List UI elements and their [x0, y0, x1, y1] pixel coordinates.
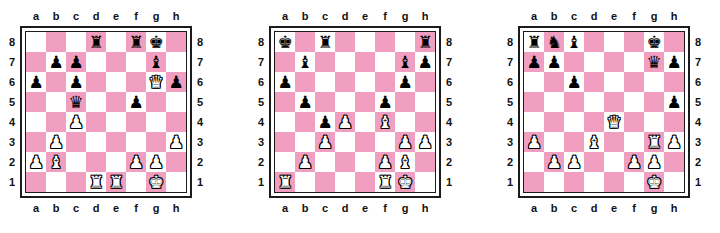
board-grid: ♜♜♚♟♟♝♟♟♛♟♛♟♟♟♟♟♝♟♟♜♜♚ [25, 31, 187, 193]
square-a2[interactable] [275, 152, 295, 172]
square-c1[interactable] [66, 172, 86, 192]
black-pawn: ♟ [68, 74, 83, 91]
square-e5[interactable] [355, 92, 375, 112]
square-g7[interactable]: ♝ [146, 52, 166, 72]
rank-label-5: 5 [197, 96, 203, 108]
square-a7[interactable] [26, 52, 46, 72]
file-label-h: h [415, 202, 435, 214]
square-c3[interactable] [564, 132, 584, 152]
square-e4[interactable] [355, 112, 375, 132]
square-c1[interactable] [315, 172, 335, 192]
square-d2[interactable] [86, 152, 106, 172]
file-labels-bottom: abcdefgh [518, 198, 690, 218]
square-g6[interactable]: ♛ [146, 72, 166, 92]
square-b7[interactable]: ♝ [295, 52, 315, 72]
square-a3[interactable]: ♟ [524, 132, 544, 152]
square-g1[interactable]: ♚ [146, 172, 166, 192]
square-b5[interactable]: ♟ [295, 92, 315, 112]
square-h3[interactable]: ♟ [415, 132, 435, 152]
square-h8[interactable] [664, 32, 684, 52]
rank-label-5: 5 [446, 96, 452, 108]
square-d4[interactable]: ♟ [335, 112, 355, 132]
square-g7[interactable]: ♝ [395, 52, 415, 72]
white-bishop: ♝ [586, 134, 601, 151]
file-label-a: a [275, 202, 295, 214]
square-e7[interactable] [106, 52, 126, 72]
file-label-h: h [415, 10, 435, 22]
file-label-b: b [544, 202, 564, 214]
black-pawn: ♟ [168, 74, 183, 91]
file-label-b: b [544, 10, 564, 22]
square-c5[interactable] [564, 92, 584, 112]
square-h6[interactable] [415, 72, 435, 92]
square-f5[interactable]: ♟ [126, 92, 146, 112]
square-e1[interactable]: ♜ [106, 172, 126, 192]
square-e8[interactable] [604, 32, 624, 52]
square-d4[interactable] [86, 112, 106, 132]
square-f6[interactable] [624, 72, 644, 92]
rank-label-5: 5 [507, 96, 513, 108]
white-pawn: ♟ [566, 154, 581, 171]
white-pawn: ♟ [526, 134, 541, 151]
square-c2[interactable]: ♟ [564, 152, 584, 172]
square-f5[interactable]: ♟ [375, 92, 395, 112]
square-d8[interactable]: ♜ [86, 32, 106, 52]
rank-label-4: 4 [197, 116, 203, 128]
square-f8[interactable] [375, 32, 395, 52]
square-b8[interactable] [46, 32, 66, 52]
square-d7[interactable] [335, 52, 355, 72]
square-e8[interactable] [355, 32, 375, 52]
rank-labels-left: 87654321 [4, 26, 20, 198]
square-b1[interactable] [544, 172, 564, 192]
black-rook: ♜ [128, 34, 143, 51]
rank-label-2: 2 [9, 156, 15, 168]
square-a3[interactable] [26, 132, 46, 152]
square-e4[interactable]: ♛ [604, 112, 624, 132]
white-rook: ♜ [277, 174, 292, 191]
square-d5[interactable] [86, 92, 106, 112]
square-c8[interactable]: ♜ [315, 32, 335, 52]
square-d3[interactable] [335, 132, 355, 152]
square-c3[interactable] [66, 132, 86, 152]
file-label-b: b [295, 10, 315, 22]
square-g6[interactable] [644, 72, 664, 92]
square-h8[interactable] [166, 32, 186, 52]
square-f5[interactable] [624, 92, 644, 112]
board-frame: ♜♜♚♟♟♝♟♟♛♟♛♟♟♟♟♟♝♟♟♜♜♚ [20, 26, 192, 198]
square-a6[interactable] [524, 72, 544, 92]
square-b2[interactable]: ♟ [295, 152, 315, 172]
square-f4[interactable]: ♝ [375, 112, 395, 132]
file-label-c: c [66, 202, 86, 214]
square-c6[interactable] [315, 72, 335, 92]
rank-label-4: 4 [507, 116, 513, 128]
rank-label-2: 2 [446, 156, 452, 168]
file-label-c: c [66, 10, 86, 22]
square-b8[interactable]: ♞ [544, 32, 564, 52]
square-h7[interactable]: ♟ [664, 52, 684, 72]
square-a4[interactable] [26, 112, 46, 132]
square-f4[interactable] [624, 112, 644, 132]
square-a5[interactable] [524, 92, 544, 112]
file-label-a: a [26, 10, 46, 22]
file-label-f: f [126, 10, 146, 22]
file-label-g: g [644, 10, 664, 22]
square-c2[interactable] [315, 152, 335, 172]
square-g8[interactable]: ♚ [644, 32, 664, 52]
rank-label-3: 3 [197, 136, 203, 148]
square-b6[interactable] [46, 72, 66, 92]
white-pawn: ♟ [168, 134, 183, 151]
square-e8[interactable] [106, 32, 126, 52]
white-pawn: ♟ [417, 134, 432, 151]
square-f2[interactable]: ♟ [624, 152, 644, 172]
chess-board-middle: abcdefgh 87654321 ♚♜♜♝♝♟♟♟♟♟♟♟♝♟♟♟♟♟♝♜♜♚… [253, 6, 457, 233]
square-g6[interactable]: ♟ [395, 72, 415, 92]
square-b7[interactable]: ♟ [46, 52, 66, 72]
white-rook: ♜ [108, 174, 123, 191]
square-g7[interactable]: ♛ [644, 52, 664, 72]
square-b5[interactable] [544, 92, 564, 112]
square-e3[interactable] [106, 132, 126, 152]
square-f3[interactable] [375, 132, 395, 152]
square-g4[interactable] [146, 112, 166, 132]
rank-label-4: 4 [9, 116, 15, 128]
square-c7[interactable]: ♟ [66, 52, 86, 72]
square-a6[interactable]: ♟ [26, 72, 46, 92]
square-h8[interactable]: ♜ [415, 32, 435, 52]
square-d7[interactable] [86, 52, 106, 72]
white-bishop: ♝ [377, 114, 392, 131]
square-b7[interactable]: ♟ [544, 52, 564, 72]
square-e3[interactable] [355, 132, 375, 152]
rank-label-1: 1 [9, 176, 15, 188]
square-h4[interactable] [664, 112, 684, 132]
square-f1[interactable]: ♜ [375, 172, 395, 192]
square-b5[interactable] [46, 92, 66, 112]
square-a5[interactable] [26, 92, 46, 112]
file-label-d: d [335, 202, 355, 214]
square-d7[interactable] [584, 52, 604, 72]
black-pawn: ♟ [417, 54, 432, 71]
square-d6[interactable] [86, 72, 106, 92]
square-e6[interactable] [355, 72, 375, 92]
square-c3[interactable]: ♟ [315, 132, 335, 152]
square-g8[interactable]: ♚ [146, 32, 166, 52]
square-d8[interactable] [335, 32, 355, 52]
square-a7[interactable] [275, 52, 295, 72]
square-e3[interactable] [604, 132, 624, 152]
black-pawn: ♟ [526, 54, 541, 71]
board-frame: ♜♞♝♚♟♟♛♟♟♟♛♟♝♜♟♟♟♟♟♚ [518, 26, 690, 198]
square-g3[interactable]: ♜ [644, 132, 664, 152]
square-h5[interactable] [415, 92, 435, 112]
black-pawn: ♟ [666, 94, 681, 111]
square-d2[interactable] [335, 152, 355, 172]
file-label-a: a [524, 10, 544, 22]
square-g8[interactable] [395, 32, 415, 52]
square-b2[interactable]: ♟ [544, 152, 564, 172]
white-pawn: ♟ [317, 134, 332, 151]
square-a8[interactable]: ♚ [275, 32, 295, 52]
rank-label-8: 8 [197, 36, 203, 48]
square-f8[interactable] [624, 32, 644, 52]
square-e6[interactable] [604, 72, 624, 92]
square-a2[interactable] [524, 152, 544, 172]
square-g4[interactable] [644, 112, 664, 132]
square-e5[interactable] [106, 92, 126, 112]
square-f2[interactable]: ♟ [126, 152, 146, 172]
square-e2[interactable] [106, 152, 126, 172]
square-f7[interactable] [375, 52, 395, 72]
white-rook: ♜ [646, 134, 661, 151]
black-pawn: ♟ [397, 74, 412, 91]
white-king: ♚ [646, 174, 661, 191]
rank-label-3: 3 [9, 136, 15, 148]
file-label-d: d [584, 10, 604, 22]
square-e7[interactable] [604, 52, 624, 72]
square-c6[interactable]: ♟ [564, 72, 584, 92]
square-b4[interactable] [544, 112, 564, 132]
square-c5[interactable]: ♛ [66, 92, 86, 112]
square-f7[interactable] [624, 52, 644, 72]
file-label-d: d [86, 10, 106, 22]
rank-label-1: 1 [507, 176, 513, 188]
square-h5[interactable] [166, 92, 186, 112]
square-b3[interactable]: ♟ [46, 132, 66, 152]
square-h1[interactable] [166, 172, 186, 192]
square-a1[interactable] [26, 172, 46, 192]
square-f8[interactable]: ♜ [126, 32, 146, 52]
file-label-f: f [624, 202, 644, 214]
square-a8[interactable] [26, 32, 46, 52]
square-a4[interactable] [524, 112, 544, 132]
rank-label-3: 3 [446, 136, 452, 148]
file-label-a: a [26, 202, 46, 214]
board-grid: ♜♞♝♚♟♟♛♟♟♟♛♟♝♜♟♟♟♟♟♚ [523, 31, 685, 193]
square-g2[interactable]: ♝ [395, 152, 415, 172]
square-h4[interactable] [166, 112, 186, 132]
black-pawn: ♟ [666, 54, 681, 71]
square-c4[interactable] [564, 112, 584, 132]
file-label-b: b [46, 202, 66, 214]
file-label-h: h [166, 10, 186, 22]
square-b4[interactable] [46, 112, 66, 132]
square-a1[interactable] [524, 172, 544, 192]
square-h5[interactable]: ♟ [664, 92, 684, 112]
square-h6[interactable]: ♟ [166, 72, 186, 92]
rank-label-4: 4 [695, 116, 701, 128]
square-b6[interactable] [544, 72, 564, 92]
square-e5[interactable] [604, 92, 624, 112]
white-bishop: ♝ [397, 154, 412, 171]
square-a6[interactable]: ♟ [275, 72, 295, 92]
square-c6[interactable]: ♟ [66, 72, 86, 92]
black-pawn: ♟ [377, 94, 392, 111]
black-pawn: ♟ [28, 74, 43, 91]
white-pawn: ♟ [646, 154, 661, 171]
square-c7[interactable] [564, 52, 584, 72]
chess-diagrams-row: abcdefgh 87654321 ♜♜♚♟♟♝♟♟♛♟♛♟♟♟♟♟♝♟♟♜♜♚… [0, 0, 720, 233]
square-f4[interactable] [126, 112, 146, 132]
square-h1[interactable] [664, 172, 684, 192]
black-pawn: ♟ [277, 74, 292, 91]
rank-label-3: 3 [507, 136, 513, 148]
square-h3[interactable]: ♟ [664, 132, 684, 152]
rank-label-7: 7 [9, 56, 15, 68]
file-label-c: c [564, 10, 584, 22]
square-h2[interactable] [664, 152, 684, 172]
white-king: ♚ [397, 174, 412, 191]
file-label-g: g [644, 202, 664, 214]
square-h7[interactable] [166, 52, 186, 72]
square-a7[interactable]: ♟ [524, 52, 544, 72]
file-label-f: f [375, 202, 395, 214]
file-label-f: f [126, 202, 146, 214]
square-g2[interactable]: ♟ [146, 152, 166, 172]
square-d5[interactable] [335, 92, 355, 112]
square-e2[interactable] [355, 152, 375, 172]
square-b1[interactable] [46, 172, 66, 192]
square-a4[interactable] [275, 112, 295, 132]
square-b8[interactable] [295, 32, 315, 52]
rank-label-5: 5 [9, 96, 15, 108]
square-e1[interactable] [355, 172, 375, 192]
square-d2[interactable] [584, 152, 604, 172]
rank-label-6: 6 [446, 76, 452, 88]
square-g5[interactable] [644, 92, 664, 112]
square-a8[interactable]: ♜ [524, 32, 544, 52]
file-label-g: g [146, 202, 166, 214]
rank-label-7: 7 [695, 56, 701, 68]
square-f1[interactable] [624, 172, 644, 192]
square-c8[interactable]: ♝ [564, 32, 584, 52]
square-f6[interactable] [126, 72, 146, 92]
square-d1[interactable] [335, 172, 355, 192]
square-h6[interactable] [664, 72, 684, 92]
square-g1[interactable]: ♚ [644, 172, 664, 192]
square-c4[interactable]: ♟ [315, 112, 335, 132]
rank-labels-left: 87654321 [502, 26, 518, 198]
square-d1[interactable]: ♜ [86, 172, 106, 192]
black-pawn: ♟ [317, 114, 332, 131]
white-pawn: ♟ [397, 134, 412, 151]
square-d6[interactable] [584, 72, 604, 92]
file-label-h: h [166, 202, 186, 214]
square-e6[interactable] [106, 72, 126, 92]
square-b1[interactable] [295, 172, 315, 192]
square-b2[interactable]: ♝ [46, 152, 66, 172]
square-e1[interactable] [604, 172, 624, 192]
square-b3[interactable] [544, 132, 564, 152]
square-c7[interactable] [315, 52, 335, 72]
rank-label-8: 8 [695, 36, 701, 48]
square-h7[interactable]: ♟ [415, 52, 435, 72]
file-label-e: e [604, 10, 624, 22]
square-h1[interactable] [415, 172, 435, 192]
file-label-e: e [106, 10, 126, 22]
square-d1[interactable] [584, 172, 604, 192]
white-pawn: ♟ [68, 114, 83, 131]
square-c8[interactable] [66, 32, 86, 52]
square-c2[interactable] [66, 152, 86, 172]
square-d4[interactable] [584, 112, 604, 132]
chess-board-right: abcdefgh 87654321 ♜♞♝♚♟♟♛♟♟♟♛♟♝♜♟♟♟♟♟♚ 8… [502, 6, 706, 233]
square-g3[interactable] [146, 132, 166, 152]
file-label-g: g [395, 10, 415, 22]
file-label-e: e [604, 202, 624, 214]
black-rook: ♜ [317, 34, 332, 51]
square-e7[interactable] [355, 52, 375, 72]
square-f3[interactable] [624, 132, 644, 152]
black-pawn: ♟ [68, 54, 83, 71]
square-g3[interactable]: ♟ [395, 132, 415, 152]
square-h3[interactable]: ♟ [166, 132, 186, 152]
square-d3[interactable] [86, 132, 106, 152]
rank-label-3: 3 [258, 136, 264, 148]
square-g5[interactable] [146, 92, 166, 112]
rank-label-6: 6 [197, 76, 203, 88]
white-pawn: ♟ [337, 114, 352, 131]
square-g5[interactable] [395, 92, 415, 112]
square-f7[interactable] [126, 52, 146, 72]
square-b3[interactable] [295, 132, 315, 152]
square-h4[interactable] [415, 112, 435, 132]
square-h2[interactable] [166, 152, 186, 172]
square-a1[interactable]: ♜ [275, 172, 295, 192]
rank-label-6: 6 [258, 76, 264, 88]
square-f6[interactable] [375, 72, 395, 92]
square-g2[interactable]: ♟ [644, 152, 664, 172]
square-d5[interactable] [584, 92, 604, 112]
square-h2[interactable] [415, 152, 435, 172]
file-labels-top: abcdefgh [20, 6, 192, 26]
white-pawn: ♟ [148, 154, 163, 171]
square-g4[interactable] [395, 112, 415, 132]
square-f3[interactable] [126, 132, 146, 152]
black-pawn: ♟ [128, 94, 143, 111]
black-pawn: ♟ [48, 54, 63, 71]
square-f2[interactable]: ♟ [375, 152, 395, 172]
board-grid: ♚♜♜♝♝♟♟♟♟♟♟♟♝♟♟♟♟♟♝♜♜♚ [274, 31, 436, 193]
white-pawn: ♟ [297, 154, 312, 171]
black-rook: ♜ [526, 34, 541, 51]
square-a5[interactable] [275, 92, 295, 112]
square-b4[interactable] [295, 112, 315, 132]
square-c1[interactable] [564, 172, 584, 192]
file-labels-bottom: abcdefgh [20, 198, 192, 218]
square-a3[interactable] [275, 132, 295, 152]
file-label-h: h [664, 10, 684, 22]
square-a2[interactable]: ♟ [26, 152, 46, 172]
black-rook: ♜ [88, 34, 103, 51]
square-e2[interactable] [604, 152, 624, 172]
white-pawn: ♟ [28, 154, 43, 171]
square-d3[interactable]: ♝ [584, 132, 604, 152]
square-c4[interactable]: ♟ [66, 112, 86, 132]
square-c5[interactable] [315, 92, 335, 112]
white-pawn: ♟ [377, 154, 392, 171]
square-b6[interactable] [295, 72, 315, 92]
square-e4[interactable] [106, 112, 126, 132]
square-g1[interactable]: ♚ [395, 172, 415, 192]
rank-label-1: 1 [446, 176, 452, 188]
square-d6[interactable] [335, 72, 355, 92]
rank-label-2: 2 [197, 156, 203, 168]
square-f1[interactable] [126, 172, 146, 192]
square-d8[interactable] [584, 32, 604, 52]
